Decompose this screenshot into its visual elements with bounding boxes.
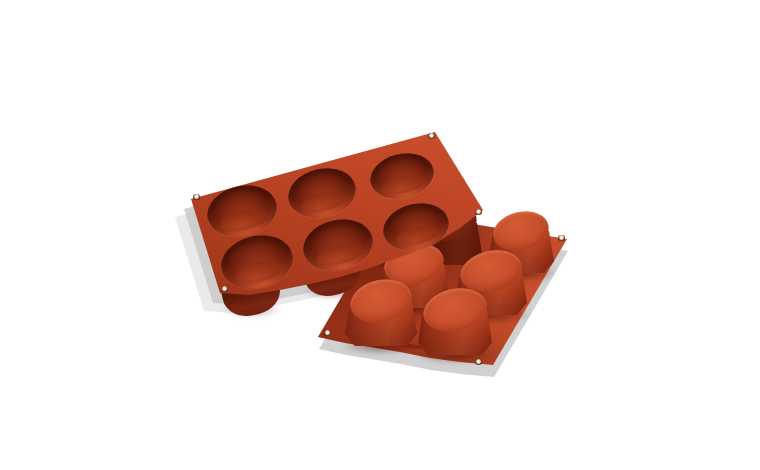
screw-hole [221, 286, 228, 292]
rear-tray-group [0, 0, 760, 470]
rear-tray-deck [0, 0, 760, 470]
screw-hole [193, 194, 200, 200]
screw-hole [475, 209, 482, 215]
screw-hole [428, 133, 435, 139]
product-photo-canvas [0, 0, 760, 470]
